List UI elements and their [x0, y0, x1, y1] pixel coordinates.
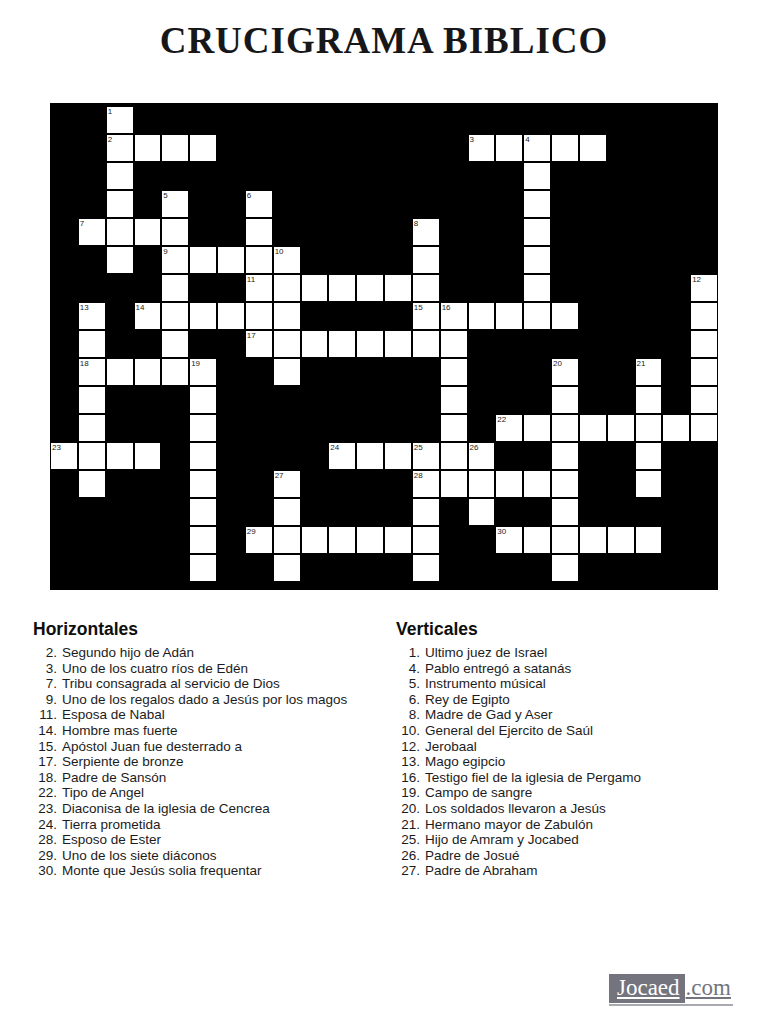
grid-cell[interactable]: 10 [274, 247, 300, 273]
clue-text: Madre de Gad y Aser [425, 707, 553, 723]
grid-cell[interactable] [524, 303, 550, 329]
grid-cell[interactable] [552, 387, 578, 413]
grid-cell[interactable] [636, 443, 662, 469]
grid-cell[interactable] [135, 135, 161, 161]
grid-block [357, 359, 383, 385]
grid-cell[interactable] [162, 331, 188, 357]
grid-cell[interactable] [162, 303, 188, 329]
grid-cell[interactable]: 18 [79, 359, 105, 385]
grid-cell[interactable] [524, 219, 550, 245]
grid-block [608, 219, 634, 245]
grid-block [469, 107, 495, 133]
grid-cell[interactable] [162, 135, 188, 161]
grid-cell[interactable]: 27 [274, 471, 300, 497]
grid-block [636, 191, 662, 217]
grid-block [329, 163, 355, 189]
grid-block [329, 555, 355, 581]
grid-block [441, 219, 467, 245]
grid-block [107, 275, 133, 301]
clue-text: Uno de los cuatro ríos de Edén [62, 661, 248, 677]
grid-block [663, 331, 689, 357]
grid-block [608, 499, 634, 525]
grid-cell[interactable]: 23 [51, 443, 77, 469]
grid-cell[interactable] [190, 135, 216, 161]
grid-block [663, 387, 689, 413]
grid-cell[interactable] [580, 527, 606, 553]
grid-block [246, 555, 272, 581]
cell-number: 17 [247, 331, 256, 340]
clue-text: Testigo fiel de la iglesia de Pergamo [425, 770, 641, 786]
grid-cell[interactable] [441, 331, 467, 357]
grid-block [51, 555, 77, 581]
grid-block [79, 275, 105, 301]
grid-cell[interactable] [524, 191, 550, 217]
grid-block [580, 331, 606, 357]
grid-cell[interactable] [636, 387, 662, 413]
cell-number: 16 [442, 303, 451, 312]
grid-cell[interactable]: 1 [107, 107, 133, 133]
grid-block [636, 303, 662, 329]
clue-text: Uno de los regalos dado a Jesús por los … [62, 692, 347, 708]
clue-item: 9.Uno de los regalos dado a Jesús por lo… [33, 692, 389, 708]
grid-block [580, 443, 606, 469]
grid-cell[interactable] [413, 499, 439, 525]
grid-cell[interactable]: 28 [413, 471, 439, 497]
grid-block [51, 303, 77, 329]
grid-block [135, 247, 161, 273]
grid-cell[interactable] [524, 415, 550, 441]
grid-block [246, 107, 272, 133]
grid-cell[interactable] [107, 443, 133, 469]
grid-cell[interactable]: 12 [691, 275, 717, 301]
grid-block [580, 471, 606, 497]
clue-text: Jerobaal [425, 739, 477, 755]
grid-cell[interactable]: 8 [413, 219, 439, 245]
clue-item: 28.Esposo de Ester [33, 832, 389, 848]
grid-cell[interactable]: 19 [190, 359, 216, 385]
grid-block [385, 135, 411, 161]
grid-cell[interactable] [608, 527, 634, 553]
grid-cell[interactable] [274, 555, 300, 581]
grid-block [496, 443, 522, 469]
clue-number: 9. [33, 692, 57, 708]
grid-cell[interactable] [190, 415, 216, 441]
grid-cell[interactable] [302, 331, 328, 357]
grid-cell[interactable]: 26 [469, 443, 495, 469]
grid-cell[interactable] [413, 247, 439, 273]
grid-cell[interactable]: 25 [413, 443, 439, 469]
grid-block [580, 107, 606, 133]
grid-cell[interactable] [357, 527, 383, 553]
clue-number: 29. [33, 848, 57, 864]
grid-cell[interactable] [385, 331, 411, 357]
grid-cell[interactable] [524, 275, 550, 301]
grid-block [162, 499, 188, 525]
grid-block [302, 191, 328, 217]
cell-number: 4 [525, 135, 529, 144]
grid-block [302, 247, 328, 273]
grid-cell[interactable]: 16 [441, 303, 467, 329]
grid-block [302, 107, 328, 133]
grid-cell[interactable] [580, 415, 606, 441]
grid-cell[interactable] [469, 471, 495, 497]
grid-block [636, 331, 662, 357]
grid-block [302, 443, 328, 469]
grid-block [329, 107, 355, 133]
grid-block [329, 471, 355, 497]
grid-cell[interactable]: 15 [413, 303, 439, 329]
grid-cell[interactable]: 14 [135, 303, 161, 329]
grid-block [441, 275, 467, 301]
grid-cell[interactable] [552, 303, 578, 329]
grid-cell[interactable] [496, 471, 522, 497]
grid-cell[interactable] [552, 527, 578, 553]
grid-block [552, 163, 578, 189]
grid-block [524, 555, 550, 581]
grid-block [552, 247, 578, 273]
grid-block [636, 555, 662, 581]
grid-cell[interactable] [135, 443, 161, 469]
grid-block [162, 555, 188, 581]
grid-cell[interactable] [691, 303, 717, 329]
grid-block [107, 331, 133, 357]
grid-cell[interactable] [413, 331, 439, 357]
grid-cell[interactable] [691, 331, 717, 357]
grid-cell[interactable] [496, 303, 522, 329]
grid-block [302, 499, 328, 525]
grid-block [636, 275, 662, 301]
grid-cell[interactable] [162, 219, 188, 245]
grid-block [580, 191, 606, 217]
grid-block [162, 163, 188, 189]
grid-block [469, 555, 495, 581]
grid-cell[interactable] [274, 527, 300, 553]
grid-block [636, 219, 662, 245]
grid-cell[interactable] [636, 527, 662, 553]
grid-cell[interactable] [190, 303, 216, 329]
grid-cell[interactable] [441, 387, 467, 413]
grid-cell[interactable] [190, 527, 216, 553]
clue-item: 23.Diaconisa de la iglesia de Cencrea [33, 801, 389, 817]
grid-block [496, 555, 522, 581]
grid-cell[interactable] [329, 527, 355, 553]
grid-cell[interactable] [190, 499, 216, 525]
grid-block [329, 191, 355, 217]
cell-number: 6 [247, 191, 251, 200]
grid-block [413, 191, 439, 217]
grid-block [608, 303, 634, 329]
grid-cell[interactable] [552, 471, 578, 497]
grid-block [274, 163, 300, 189]
grid-block [274, 443, 300, 469]
grid-cell[interactable]: 21 [636, 359, 662, 385]
grid-block [441, 247, 467, 273]
grid-cell[interactable]: 29 [246, 527, 272, 553]
grid-cell[interactable] [524, 163, 550, 189]
grid-block [608, 471, 634, 497]
grid-cell[interactable] [385, 527, 411, 553]
grid-block [107, 499, 133, 525]
grid-block [469, 191, 495, 217]
grid-block [441, 527, 467, 553]
grid-block [329, 247, 355, 273]
clue-text: Esposa de Nabal [62, 707, 165, 723]
grid-cell[interactable] [302, 527, 328, 553]
grid-cell[interactable] [135, 219, 161, 245]
grid-block [580, 499, 606, 525]
clue-number: 16. [396, 770, 420, 786]
grid-cell[interactable] [413, 527, 439, 553]
grid-block [441, 555, 467, 581]
grid-cell[interactable] [190, 443, 216, 469]
grid-cell[interactable] [162, 359, 188, 385]
grid-cell[interactable]: 11 [246, 275, 272, 301]
grid-cell[interactable] [524, 247, 550, 273]
clue-number: 6. [396, 692, 420, 708]
grid-cell[interactable] [79, 415, 105, 441]
clue-text: Los soldados llevaron a Jesús [425, 801, 606, 817]
grid-block [162, 443, 188, 469]
clue-text: General del Ejercito de Saúl [425, 723, 593, 739]
grid-block [357, 219, 383, 245]
grid-block [663, 107, 689, 133]
grid-cell[interactable]: 22 [496, 415, 522, 441]
clue-item: 18.Padre de Sansón [33, 770, 389, 786]
grid-cell[interactable] [663, 415, 689, 441]
grid-cell[interactable] [79, 443, 105, 469]
grid-cell[interactable] [441, 471, 467, 497]
grid-cell[interactable] [302, 275, 328, 301]
grid-block [663, 275, 689, 301]
cell-number: 10 [275, 247, 284, 256]
cell-number: 20 [553, 359, 562, 368]
grid-block [357, 415, 383, 441]
grid-block [246, 135, 272, 161]
grid-cell[interactable] [636, 471, 662, 497]
cell-number: 21 [637, 359, 646, 368]
grid-cell[interactable] [469, 499, 495, 525]
clue-item: 10.General del Ejercito de Saúl [396, 723, 760, 739]
grid-cell[interactable] [107, 191, 133, 217]
grid-cell[interactable] [413, 555, 439, 581]
grid-block [413, 415, 439, 441]
grid-cell[interactable]: 5 [162, 191, 188, 217]
grid-block [218, 527, 244, 553]
grid-block [385, 303, 411, 329]
grid-block [218, 275, 244, 301]
grid-block [608, 191, 634, 217]
grid-cell[interactable] [469, 303, 495, 329]
grid-block [274, 219, 300, 245]
grid-block [218, 331, 244, 357]
grid-cell[interactable] [357, 275, 383, 301]
grid-cell[interactable] [413, 275, 439, 301]
grid-block [218, 163, 244, 189]
grid-block [79, 555, 105, 581]
grid-cell[interactable]: 7 [79, 219, 105, 245]
grid-cell[interactable] [552, 415, 578, 441]
grid-block [441, 191, 467, 217]
grid-cell[interactable] [608, 415, 634, 441]
cell-number: 8 [414, 219, 418, 228]
cell-number: 23 [52, 443, 61, 452]
page-title: CRUCIGRAMA BIBLICO [0, 20, 768, 62]
grid-block [469, 247, 495, 273]
clue-item: 16.Testigo fiel de la iglesia de Pergamo [396, 770, 760, 786]
clue-number: 25. [396, 832, 420, 848]
grid-block [496, 331, 522, 357]
grid-cell[interactable]: 20 [552, 359, 578, 385]
grid-cell[interactable] [218, 303, 244, 329]
grid-block [552, 331, 578, 357]
grid-block [552, 219, 578, 245]
grid-cell[interactable] [79, 387, 105, 413]
grid-block [79, 527, 105, 553]
grid-cell[interactable]: 3 [469, 135, 495, 161]
grid-cell[interactable] [107, 247, 133, 273]
grid-block [691, 527, 717, 553]
grid-cell[interactable] [190, 247, 216, 273]
grid-cell[interactable] [552, 499, 578, 525]
grid-cell[interactable] [691, 387, 717, 413]
grid-cell[interactable] [190, 555, 216, 581]
grid-block [107, 527, 133, 553]
grid-block [496, 163, 522, 189]
clue-item: 27.Padre de Abraham [396, 863, 760, 879]
down-clues-list: 1.Ultimo juez de Israel4.Pablo entregó a… [396, 645, 760, 879]
grid-cell[interactable] [552, 443, 578, 469]
grid-block [51, 163, 77, 189]
grid-cell[interactable] [441, 443, 467, 469]
clue-text: Padre de Abraham [425, 863, 538, 879]
grid-block [691, 191, 717, 217]
grid-block [246, 415, 272, 441]
grid-block [135, 163, 161, 189]
grid-block [357, 303, 383, 329]
grid-cell[interactable] [552, 555, 578, 581]
grid-block [51, 359, 77, 385]
grid-cell[interactable] [441, 415, 467, 441]
grid-block [329, 219, 355, 245]
grid-cell[interactable]: 17 [246, 331, 272, 357]
grid-cell[interactable] [385, 443, 411, 469]
grid-cell[interactable]: 13 [79, 303, 105, 329]
grid-block [357, 191, 383, 217]
grid-cell[interactable] [190, 471, 216, 497]
grid-block [218, 443, 244, 469]
grid-cell[interactable] [496, 135, 522, 161]
grid-cell[interactable] [691, 359, 717, 385]
grid-block [218, 415, 244, 441]
clue-number: 26. [396, 848, 420, 864]
clue-text: Esposo de Ester [62, 832, 161, 848]
grid-cell[interactable] [107, 359, 133, 385]
grid-cell[interactable] [274, 499, 300, 525]
grid-cell[interactable] [107, 219, 133, 245]
clue-item: 5.Instrumento músical [396, 676, 760, 692]
grid-cell[interactable] [107, 163, 133, 189]
clue-text: Apóstol Juan fue desterrado a [62, 739, 242, 755]
grid-block [135, 527, 161, 553]
grid-cell[interactable] [246, 247, 272, 273]
grid-block [385, 359, 411, 385]
grid-cell[interactable] [135, 359, 161, 385]
grid-cell[interactable] [524, 527, 550, 553]
grid-cell[interactable] [691, 415, 717, 441]
grid-cell[interactable] [274, 331, 300, 357]
grid-block [302, 303, 328, 329]
clue-number: 20. [396, 801, 420, 817]
clue-number: 15. [33, 739, 57, 755]
clue-number: 1. [396, 645, 420, 661]
grid-block [469, 275, 495, 301]
grid-block [357, 107, 383, 133]
grid-cell[interactable] [385, 275, 411, 301]
clue-item: 13.Mago egipcio [396, 754, 760, 770]
grid-cell[interactable] [246, 219, 272, 245]
grid-block [580, 555, 606, 581]
grid-cell[interactable] [329, 331, 355, 357]
grid-cell[interactable] [162, 275, 188, 301]
clue-number: 18. [33, 770, 57, 786]
clue-text: Ultimo juez de Israel [425, 645, 547, 661]
grid-cell[interactable] [329, 275, 355, 301]
grid-block [357, 247, 383, 273]
grid-cell[interactable] [246, 303, 272, 329]
clue-item: 12.Jerobaal [396, 739, 760, 755]
grid-cell[interactable]: 9 [162, 247, 188, 273]
clue-number: 28. [33, 832, 57, 848]
grid-cell[interactable] [218, 247, 244, 273]
grid-cell[interactable]: 30 [496, 527, 522, 553]
grid-cell[interactable] [274, 303, 300, 329]
grid-block [302, 555, 328, 581]
grid-cell[interactable]: 4 [524, 135, 550, 161]
grid-block [496, 387, 522, 413]
clue-item: 22.Tipo de Angel [33, 785, 389, 801]
grid-cell[interactable] [441, 359, 467, 385]
grid-cell[interactable] [580, 135, 606, 161]
grid-cell[interactable]: 6 [246, 191, 272, 217]
grid-cell[interactable] [79, 471, 105, 497]
grid-block [469, 219, 495, 245]
grid-block [51, 247, 77, 273]
grid-block [135, 499, 161, 525]
grid-block [413, 107, 439, 133]
grid-cell[interactable] [357, 331, 383, 357]
cell-number: 14 [136, 303, 145, 312]
grid-cell[interactable] [190, 387, 216, 413]
grid-cell[interactable] [552, 135, 578, 161]
grid-cell[interactable] [524, 471, 550, 497]
grid-cell[interactable] [274, 359, 300, 385]
grid-block [524, 443, 550, 469]
grid-cell[interactable] [79, 331, 105, 357]
grid-cell[interactable] [274, 275, 300, 301]
clue-text: Diaconisa de la iglesia de Cencrea [62, 801, 270, 817]
grid-block [580, 387, 606, 413]
grid-cell[interactable]: 24 [329, 443, 355, 469]
grid-cell[interactable] [636, 415, 662, 441]
grid-block [79, 163, 105, 189]
grid-block [190, 275, 216, 301]
grid-block [357, 387, 383, 413]
grid-cell[interactable] [357, 443, 383, 469]
grid-block [524, 499, 550, 525]
grid-block [636, 107, 662, 133]
clue-text: Hijo de Amram y Jocabed [425, 832, 579, 848]
grid-cell[interactable]: 2 [107, 135, 133, 161]
